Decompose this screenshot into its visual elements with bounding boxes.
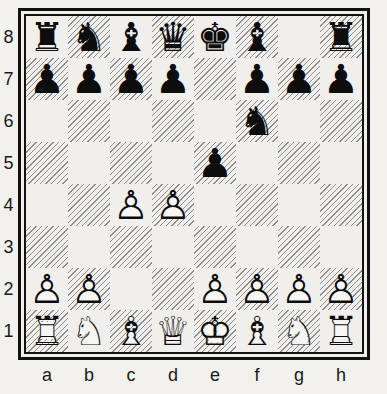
black-pawn-b7[interactable]: ♟ bbox=[68, 58, 110, 100]
white-piece-outline: ♙ bbox=[194, 268, 236, 310]
white-piece-outline: ♖ bbox=[320, 310, 362, 352]
black-pawn-g7[interactable]: ♟ bbox=[278, 58, 320, 100]
square-e5[interactable]: ♟ bbox=[194, 142, 236, 184]
square-a2[interactable]: ♟♙ bbox=[26, 268, 68, 310]
black-pawn-f7[interactable]: ♟ bbox=[236, 58, 278, 100]
square-d6[interactable] bbox=[152, 100, 194, 142]
square-h5[interactable] bbox=[320, 142, 362, 184]
square-a3[interactable] bbox=[26, 226, 68, 268]
white-pawn-d4[interactable]: ♟♙ bbox=[152, 184, 194, 226]
square-h4[interactable] bbox=[320, 184, 362, 226]
white-pawn-g2[interactable]: ♟♙ bbox=[278, 268, 320, 310]
file-label-b: b bbox=[68, 362, 110, 388]
white-pawn-c4[interactable]: ♟♙ bbox=[110, 184, 152, 226]
square-b3[interactable] bbox=[68, 226, 110, 268]
rank-label-4: 4 bbox=[0, 184, 17, 226]
square-d3[interactable] bbox=[152, 226, 194, 268]
black-pawn-d7[interactable]: ♟ bbox=[152, 58, 194, 100]
file-label-g: g bbox=[278, 362, 320, 388]
square-g5[interactable] bbox=[278, 142, 320, 184]
white-piece-outline: ♙ bbox=[68, 268, 110, 310]
square-a7[interactable]: ♟ bbox=[26, 58, 68, 100]
square-b1[interactable]: ♞♘ bbox=[68, 310, 110, 352]
white-piece-outline: ♙ bbox=[320, 268, 362, 310]
white-pawn-e2[interactable]: ♟♙ bbox=[194, 268, 236, 310]
square-f8[interactable]: ♝ bbox=[236, 16, 278, 58]
rank-labels: 87654321 bbox=[0, 16, 17, 352]
file-label-f: f bbox=[236, 362, 278, 388]
square-d4[interactable]: ♟♙ bbox=[152, 184, 194, 226]
square-a8[interactable]: ♜ bbox=[26, 16, 68, 58]
white-piece-outline: ♙ bbox=[152, 184, 194, 226]
square-e4[interactable] bbox=[194, 184, 236, 226]
white-piece-outline: ♙ bbox=[278, 268, 320, 310]
black-pawn-a7[interactable]: ♟ bbox=[26, 58, 68, 100]
black-rook-h8[interactable]: ♜ bbox=[320, 16, 362, 58]
rank-label-2: 2 bbox=[0, 268, 17, 310]
board-grid: ♜♞♝♛♚♝♜♟♟♟♟♟♟♟♞♟♟♙♟♙♟♙♟♙♟♙♟♙♟♙♟♙♜♖♞♘♝♗♛♕… bbox=[26, 16, 362, 352]
square-f1[interactable]: ♝♗ bbox=[236, 310, 278, 352]
square-b8[interactable]: ♞ bbox=[68, 16, 110, 58]
square-g1[interactable]: ♞♘ bbox=[278, 310, 320, 352]
black-bishop-f8[interactable]: ♝ bbox=[236, 16, 278, 58]
rank-label-1: 1 bbox=[0, 310, 17, 352]
rank-label-8: 8 bbox=[0, 16, 17, 58]
square-b7[interactable]: ♟ bbox=[68, 58, 110, 100]
white-queen-d1[interactable]: ♛♕ bbox=[152, 310, 194, 352]
white-king-e1[interactable]: ♚♔ bbox=[194, 310, 236, 352]
square-c3[interactable] bbox=[110, 226, 152, 268]
square-c8[interactable]: ♝ bbox=[110, 16, 152, 58]
black-knight-f6[interactable]: ♞ bbox=[236, 100, 278, 142]
square-c6[interactable] bbox=[110, 100, 152, 142]
square-d8[interactable]: ♛ bbox=[152, 16, 194, 58]
white-piece-outline: ♗ bbox=[236, 310, 278, 352]
square-e7[interactable] bbox=[194, 58, 236, 100]
square-d5[interactable] bbox=[152, 142, 194, 184]
square-d1[interactable]: ♛♕ bbox=[152, 310, 194, 352]
square-f5[interactable] bbox=[236, 142, 278, 184]
white-knight-b1[interactable]: ♞♘ bbox=[68, 310, 110, 352]
white-piece-outline: ♖ bbox=[26, 310, 68, 352]
white-rook-a1[interactable]: ♜♖ bbox=[26, 310, 68, 352]
white-bishop-f1[interactable]: ♝♗ bbox=[236, 310, 278, 352]
square-d2[interactable] bbox=[152, 268, 194, 310]
square-b4[interactable] bbox=[68, 184, 110, 226]
square-f3[interactable] bbox=[236, 226, 278, 268]
square-h1[interactable]: ♜♖ bbox=[320, 310, 362, 352]
black-king-e8[interactable]: ♚ bbox=[194, 16, 236, 58]
rank-label-3: 3 bbox=[0, 226, 17, 268]
black-knight-b8[interactable]: ♞ bbox=[68, 16, 110, 58]
square-a1[interactable]: ♜♖ bbox=[26, 310, 68, 352]
file-label-c: c bbox=[110, 362, 152, 388]
black-pawn-e5[interactable]: ♟ bbox=[194, 142, 236, 184]
square-e3[interactable] bbox=[194, 226, 236, 268]
white-pawn-a2[interactable]: ♟♙ bbox=[26, 268, 68, 310]
square-b6[interactable] bbox=[68, 100, 110, 142]
square-c1[interactable]: ♝♗ bbox=[110, 310, 152, 352]
white-bishop-c1[interactable]: ♝♗ bbox=[110, 310, 152, 352]
rank-label-5: 5 bbox=[0, 142, 17, 184]
white-piece-outline: ♘ bbox=[278, 310, 320, 352]
black-pawn-h7[interactable]: ♟ bbox=[320, 58, 362, 100]
square-f4[interactable] bbox=[236, 184, 278, 226]
square-g2[interactable]: ♟♙ bbox=[278, 268, 320, 310]
black-queen-d8[interactable]: ♛ bbox=[152, 16, 194, 58]
square-g8[interactable] bbox=[278, 16, 320, 58]
board-inner-border: ♜♞♝♛♚♝♜♟♟♟♟♟♟♟♞♟♟♙♟♙♟♙♟♙♟♙♟♙♟♙♟♙♜♖♞♘♝♗♛♕… bbox=[24, 14, 364, 354]
square-c7[interactable]: ♟ bbox=[110, 58, 152, 100]
white-piece-outline: ♙ bbox=[236, 268, 278, 310]
file-label-a: a bbox=[26, 362, 68, 388]
white-pawn-f2[interactable]: ♟♙ bbox=[236, 268, 278, 310]
square-e2[interactable]: ♟♙ bbox=[194, 268, 236, 310]
black-rook-a8[interactable]: ♜ bbox=[26, 16, 68, 58]
black-bishop-c8[interactable]: ♝ bbox=[110, 16, 152, 58]
white-knight-g1[interactable]: ♞♘ bbox=[278, 310, 320, 352]
black-pawn-c7[interactable]: ♟ bbox=[110, 58, 152, 100]
square-e1[interactable]: ♚♔ bbox=[194, 310, 236, 352]
file-label-h: h bbox=[320, 362, 362, 388]
white-piece-outline: ♔ bbox=[194, 310, 236, 352]
white-piece-outline: ♙ bbox=[110, 184, 152, 226]
square-c5[interactable] bbox=[110, 142, 152, 184]
square-b5[interactable] bbox=[68, 142, 110, 184]
square-g3[interactable] bbox=[278, 226, 320, 268]
white-piece-outline: ♘ bbox=[68, 310, 110, 352]
square-g4[interactable] bbox=[278, 184, 320, 226]
white-piece-outline: ♕ bbox=[152, 310, 194, 352]
white-rook-h1[interactable]: ♜♖ bbox=[320, 310, 362, 352]
rank-label-7: 7 bbox=[0, 58, 17, 100]
square-e6[interactable] bbox=[194, 100, 236, 142]
rank-label-6: 6 bbox=[0, 100, 17, 142]
square-h6[interactable] bbox=[320, 100, 362, 142]
square-g7[interactable]: ♟ bbox=[278, 58, 320, 100]
file-labels: abcdefgh bbox=[26, 362, 362, 388]
square-h3[interactable] bbox=[320, 226, 362, 268]
square-h7[interactable]: ♟ bbox=[320, 58, 362, 100]
square-c4[interactable]: ♟♙ bbox=[110, 184, 152, 226]
square-a6[interactable] bbox=[26, 100, 68, 142]
square-g6[interactable] bbox=[278, 100, 320, 142]
square-e8[interactable]: ♚ bbox=[194, 16, 236, 58]
square-c2[interactable] bbox=[110, 268, 152, 310]
square-f2[interactable]: ♟♙ bbox=[236, 268, 278, 310]
file-label-d: d bbox=[152, 362, 194, 388]
square-h8[interactable]: ♜ bbox=[320, 16, 362, 58]
square-f6[interactable]: ♞ bbox=[236, 100, 278, 142]
square-a4[interactable] bbox=[26, 184, 68, 226]
white-pawn-h2[interactable]: ♟♙ bbox=[320, 268, 362, 310]
square-h2[interactable]: ♟♙ bbox=[320, 268, 362, 310]
white-piece-outline: ♙ bbox=[26, 268, 68, 310]
square-b2[interactable]: ♟♙ bbox=[68, 268, 110, 310]
white-piece-outline: ♗ bbox=[110, 310, 152, 352]
square-f7[interactable]: ♟ bbox=[236, 58, 278, 100]
square-a5[interactable] bbox=[26, 142, 68, 184]
square-d7[interactable]: ♟ bbox=[152, 58, 194, 100]
chess-board: ♜♞♝♛♚♝♜♟♟♟♟♟♟♟♞♟♟♙♟♙♟♙♟♙♟♙♟♙♟♙♟♙♜♖♞♘♝♗♛♕… bbox=[18, 8, 370, 360]
white-pawn-b2[interactable]: ♟♙ bbox=[68, 268, 110, 310]
file-label-e: e bbox=[194, 362, 236, 388]
